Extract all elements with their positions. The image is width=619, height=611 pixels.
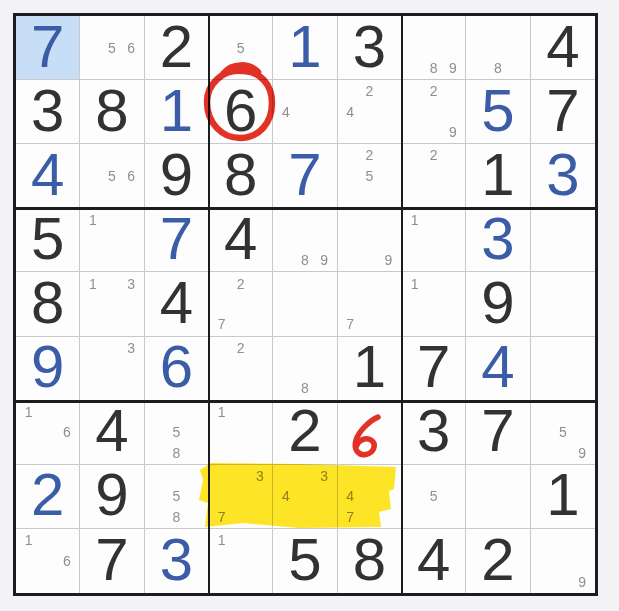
cell-r5c9[interactable] bbox=[531, 272, 595, 336]
cell-digit: 2 bbox=[288, 401, 321, 461]
candidates: 24 bbox=[341, 81, 398, 142]
candidate-digit: 9 bbox=[315, 250, 334, 270]
cell-digit: 5 bbox=[31, 209, 64, 269]
candidate-digit: 3 bbox=[122, 273, 141, 293]
cell-r5c2[interactable]: 13 bbox=[80, 272, 144, 336]
candidate-digit: 2 bbox=[231, 338, 250, 358]
cell-r1c3[interactable]: 2 bbox=[145, 16, 209, 80]
cell-r4c3[interactable]: 7 bbox=[145, 208, 209, 272]
candidate-digit: 1 bbox=[19, 530, 38, 551]
candidate-digit: 2 bbox=[360, 81, 379, 101]
candidate-digit: 9 bbox=[443, 58, 462, 78]
candidate-digit: 1 bbox=[405, 273, 424, 293]
candidate-digit: 7 bbox=[341, 507, 360, 527]
cell-digit: 4 bbox=[224, 209, 257, 269]
candidate-digit: 4 bbox=[276, 486, 295, 506]
candidate-digit: 8 bbox=[167, 507, 186, 527]
cell-r5c5[interactable] bbox=[273, 272, 337, 336]
candidates: 89 bbox=[405, 17, 462, 78]
candidates: 1 bbox=[212, 402, 269, 463]
cell-r3c4[interactable]: 8 bbox=[209, 144, 273, 208]
cell-digit: 7 bbox=[160, 209, 193, 269]
candidates: 8 bbox=[469, 17, 526, 78]
candidates: 27 bbox=[212, 273, 269, 334]
candidate-digit: 3 bbox=[122, 338, 141, 358]
candidate-digit: 3 bbox=[250, 466, 269, 486]
cell-r3c1[interactable]: 4 bbox=[16, 144, 80, 208]
cell-digit: 7 bbox=[481, 401, 514, 461]
candidates: 1 bbox=[83, 209, 140, 270]
cell-r8c4[interactable]: 37 bbox=[209, 465, 273, 529]
candidates: 3 bbox=[83, 338, 140, 399]
candidate-digit: 2 bbox=[424, 145, 443, 165]
cell-r9c6[interactable]: 8 bbox=[338, 529, 402, 593]
candidate-digit: 5 bbox=[102, 166, 121, 186]
cell-digit: 9 bbox=[481, 273, 514, 333]
cell-digit: 3 bbox=[160, 530, 193, 590]
cell-digit: 4 bbox=[160, 273, 193, 333]
cell-digit: 4 bbox=[95, 401, 128, 461]
cell-r8c3[interactable]: 58 bbox=[145, 465, 209, 529]
candidates: 7 bbox=[341, 273, 398, 334]
cell-r7c7[interactable]: 3 bbox=[402, 401, 466, 465]
cell-r6c9[interactable] bbox=[531, 337, 595, 401]
candidate-digit: 4 bbox=[341, 101, 360, 121]
candidates: 1 bbox=[405, 273, 462, 334]
cell-r3c8[interactable]: 1 bbox=[466, 144, 530, 208]
cell-r2c9[interactable]: 7 bbox=[531, 80, 595, 144]
cell-r3c3[interactable]: 9 bbox=[145, 144, 209, 208]
cell-r2c1[interactable]: 3 bbox=[16, 80, 80, 144]
cell-r9c8[interactable]: 2 bbox=[466, 529, 530, 593]
cell-r1c6[interactable]: 3 bbox=[338, 16, 402, 80]
cell-r7c3[interactable]: 58 bbox=[145, 401, 209, 465]
cell-r7c4[interactable]: 1 bbox=[209, 401, 273, 465]
candidates: 25 bbox=[341, 145, 398, 206]
cell-digit: 1 bbox=[288, 17, 321, 77]
candidate-digit: 9 bbox=[573, 442, 592, 462]
candidate-digit: 1 bbox=[212, 402, 231, 422]
cell-digit: 9 bbox=[31, 337, 64, 397]
candidate-digit: 6 bbox=[122, 166, 141, 186]
cell-r6c4[interactable]: 2 bbox=[209, 337, 273, 401]
candidates: 58 bbox=[148, 466, 205, 527]
cell-r8c5[interactable]: 34 bbox=[273, 465, 337, 529]
cell-digit: 7 bbox=[546, 81, 579, 141]
cell-r7c2[interactable]: 4 bbox=[80, 401, 144, 465]
candidate-digit: 8 bbox=[167, 442, 186, 462]
cell-r9c3[interactable]: 3 bbox=[145, 529, 209, 593]
candidates: 56 bbox=[83, 145, 140, 206]
candidates: 34 bbox=[276, 466, 333, 527]
cell-r6c6[interactable]: 1 bbox=[338, 337, 402, 401]
cell-digit: 8 bbox=[224, 145, 257, 205]
candidates: 9 bbox=[534, 530, 592, 592]
cell-r3c2[interactable]: 56 bbox=[80, 144, 144, 208]
cell-r2c3[interactable]: 1 bbox=[145, 80, 209, 144]
candidate-digit: 8 bbox=[295, 250, 314, 270]
candidate-digit: 8 bbox=[424, 58, 443, 78]
cell-r1c5[interactable]: 1 bbox=[273, 16, 337, 80]
cell-r7c8[interactable]: 7 bbox=[466, 401, 530, 465]
candidate-digit: 5 bbox=[553, 422, 572, 442]
candidate-digit: 9 bbox=[573, 571, 592, 592]
cell-digit: 3 bbox=[481, 209, 514, 269]
cell-digit: 8 bbox=[31, 273, 64, 333]
cell-digit: 1 bbox=[353, 337, 386, 397]
candidate-digit: 5 bbox=[167, 486, 186, 506]
candidate-digit: 5 bbox=[231, 37, 250, 57]
candidates: 8 bbox=[276, 338, 333, 399]
cell-r2c2[interactable]: 8 bbox=[80, 80, 144, 144]
candidates: 47 bbox=[341, 466, 398, 527]
cell-r4c9[interactable] bbox=[531, 208, 595, 272]
cell-digit: 4 bbox=[417, 530, 450, 590]
cell-digit: 1 bbox=[546, 465, 579, 525]
cell-r9c7[interactable]: 4 bbox=[402, 529, 466, 593]
cell-r6c1[interactable]: 9 bbox=[16, 337, 80, 401]
cell-digit: 4 bbox=[31, 145, 64, 205]
candidate-digit: 8 bbox=[488, 58, 507, 78]
candidates: 1 bbox=[405, 209, 462, 270]
cell-r8c2[interactable]: 9 bbox=[80, 465, 144, 529]
cell-r4c8[interactable]: 3 bbox=[466, 208, 530, 272]
box-border-horizontal-2 bbox=[16, 400, 595, 403]
candidates: 56 bbox=[83, 17, 140, 78]
cell-r2c7[interactable]: 29 bbox=[402, 80, 466, 144]
cell-digit: 1 bbox=[481, 145, 514, 205]
cell-digit: 3 bbox=[546, 145, 579, 205]
cell-r1c1[interactable]: 7 bbox=[16, 16, 80, 80]
candidate-digit: 2 bbox=[424, 81, 443, 101]
cell-r3c5[interactable]: 7 bbox=[273, 144, 337, 208]
cell-r1c7[interactable]: 89 bbox=[402, 16, 466, 80]
cell-r3c6[interactable]: 25 bbox=[338, 144, 402, 208]
candidate-digit: 5 bbox=[167, 422, 186, 442]
cell-r8c7[interactable]: 5 bbox=[402, 465, 466, 529]
candidate-digit: 6 bbox=[122, 37, 141, 57]
candidates: 1 bbox=[212, 530, 269, 592]
cell-digit: 4 bbox=[546, 17, 579, 77]
cell-r8c1[interactable]: 2 bbox=[16, 465, 80, 529]
cell-r2c6[interactable]: 24 bbox=[338, 80, 402, 144]
cell-r7c1[interactable]: 16 bbox=[16, 401, 80, 465]
cell-r8c6[interactable]: 47 bbox=[338, 465, 402, 529]
cell-digit: 3 bbox=[31, 81, 64, 141]
candidate-digit: 6 bbox=[57, 422, 76, 442]
cell-r4c4[interactable]: 4 bbox=[209, 208, 273, 272]
candidate-digit: 1 bbox=[405, 209, 424, 229]
candidate-digit: 6 bbox=[57, 551, 76, 572]
candidates: 16 bbox=[19, 530, 76, 592]
candidate-digit: 9 bbox=[443, 122, 462, 142]
cell-r1c8[interactable]: 8 bbox=[466, 16, 530, 80]
cell-r8c8[interactable] bbox=[466, 465, 530, 529]
cell-digit: 2 bbox=[31, 465, 64, 525]
cell-digit: 8 bbox=[95, 81, 128, 141]
box-border-vertical-1 bbox=[208, 16, 211, 593]
candidate-digit: 8 bbox=[295, 378, 314, 398]
cell-r1c4[interactable]: 5 bbox=[209, 16, 273, 80]
cell-digit: 6 bbox=[160, 337, 193, 397]
cell-r6c8[interactable]: 4 bbox=[466, 337, 530, 401]
cell-r3c7[interactable]: 2 bbox=[402, 144, 466, 208]
cell-r5c6[interactable]: 7 bbox=[338, 272, 402, 336]
cell-r9c5[interactable]: 5 bbox=[273, 529, 337, 593]
cell-digit: 7 bbox=[95, 530, 128, 590]
candidate-digit: 1 bbox=[83, 209, 102, 229]
cell-r8c9[interactable]: 1 bbox=[531, 465, 595, 529]
cell-r5c3[interactable]: 4 bbox=[145, 272, 209, 336]
cell-r5c1[interactable]: 8 bbox=[16, 272, 80, 336]
box-border-vertical-2 bbox=[401, 16, 404, 593]
candidate-digit: 2 bbox=[231, 273, 250, 293]
candidate-digit: 1 bbox=[212, 530, 231, 551]
cell-r7c6[interactable] bbox=[338, 401, 402, 465]
cell-r9c9[interactable]: 9 bbox=[531, 529, 595, 593]
candidates: 9 bbox=[341, 209, 398, 270]
candidate-digit: 5 bbox=[102, 37, 121, 57]
candidate-digit: 2 bbox=[360, 145, 379, 165]
candidates: 13 bbox=[83, 273, 140, 334]
cell-r6c5[interactable]: 8 bbox=[273, 337, 337, 401]
cell-r3c9[interactable]: 3 bbox=[531, 144, 595, 208]
cell-r1c2[interactable]: 56 bbox=[80, 16, 144, 80]
cell-digit: 9 bbox=[160, 145, 193, 205]
cell-digit: 4 bbox=[481, 337, 514, 397]
candidates: 58 bbox=[148, 402, 205, 463]
cell-digit: 3 bbox=[417, 401, 450, 461]
candidates: 2 bbox=[405, 145, 462, 206]
candidate-digit: 1 bbox=[83, 273, 102, 293]
candidate-digit: 7 bbox=[212, 314, 231, 334]
cell-digit: 5 bbox=[288, 530, 321, 590]
candidate-digit: 5 bbox=[424, 486, 443, 506]
candidate-digit: 9 bbox=[379, 250, 398, 270]
candidates: 89 bbox=[276, 209, 333, 270]
cell-r4c5[interactable]: 89 bbox=[273, 208, 337, 272]
cell-digit: 7 bbox=[31, 17, 64, 77]
candidates: 2 bbox=[212, 338, 269, 399]
cell-digit: 8 bbox=[353, 530, 386, 590]
cell-r9c2[interactable]: 7 bbox=[80, 529, 144, 593]
cell-r7c5[interactable]: 2 bbox=[273, 401, 337, 465]
cell-r6c2[interactable]: 3 bbox=[80, 337, 144, 401]
cell-digit: 3 bbox=[353, 17, 386, 77]
candidates: 5 bbox=[405, 466, 462, 527]
candidate-digit: 3 bbox=[315, 466, 334, 486]
cell-digit: 9 bbox=[95, 465, 128, 525]
candidate-digit: 1 bbox=[19, 402, 38, 422]
sudoku-board: 7562513898438164242957456987252135174899… bbox=[13, 13, 598, 596]
candidates: 5 bbox=[212, 17, 269, 78]
cell-r4c7[interactable]: 1 bbox=[402, 208, 466, 272]
cell-digit: 7 bbox=[288, 145, 321, 205]
cell-r2c8[interactable]: 5 bbox=[466, 80, 530, 144]
candidate-digit: 4 bbox=[276, 101, 295, 121]
cell-r9c4[interactable]: 1 bbox=[209, 529, 273, 593]
candidates: 4 bbox=[276, 81, 333, 142]
cell-r7c9[interactable]: 59 bbox=[531, 401, 595, 465]
cell-r5c4[interactable]: 27 bbox=[209, 272, 273, 336]
cell-r9c1[interactable]: 16 bbox=[16, 529, 80, 593]
cell-digit: 1 bbox=[160, 81, 193, 141]
cell-r4c2[interactable]: 1 bbox=[80, 208, 144, 272]
candidates: 29 bbox=[405, 81, 462, 142]
cell-r5c8[interactable]: 9 bbox=[466, 272, 530, 336]
candidate-digit: 7 bbox=[341, 314, 360, 334]
cell-r1c9[interactable]: 4 bbox=[531, 16, 595, 80]
box-border-horizontal-1 bbox=[16, 207, 595, 210]
cell-digit: 5 bbox=[481, 81, 514, 141]
cell-r2c5[interactable]: 4 bbox=[273, 80, 337, 144]
candidates: 16 bbox=[19, 402, 76, 463]
cell-r4c6[interactable]: 9 bbox=[338, 208, 402, 272]
cell-r2c4[interactable]: 6 bbox=[209, 80, 273, 144]
cell-r6c3[interactable]: 6 bbox=[145, 337, 209, 401]
candidate-digit: 7 bbox=[212, 507, 231, 527]
cell-digit: 7 bbox=[417, 337, 450, 397]
cell-digit: 2 bbox=[160, 17, 193, 77]
cell-digit: 6 bbox=[224, 81, 257, 141]
candidate-digit: 4 bbox=[341, 486, 360, 506]
cell-digit: 2 bbox=[481, 530, 514, 590]
candidates: 37 bbox=[212, 466, 269, 527]
candidates: 59 bbox=[534, 402, 592, 463]
cell-r5c7[interactable]: 1 bbox=[402, 272, 466, 336]
candidate-digit: 5 bbox=[360, 166, 379, 186]
cell-r4c1[interactable]: 5 bbox=[16, 208, 80, 272]
cell-r6c7[interactable]: 7 bbox=[402, 337, 466, 401]
